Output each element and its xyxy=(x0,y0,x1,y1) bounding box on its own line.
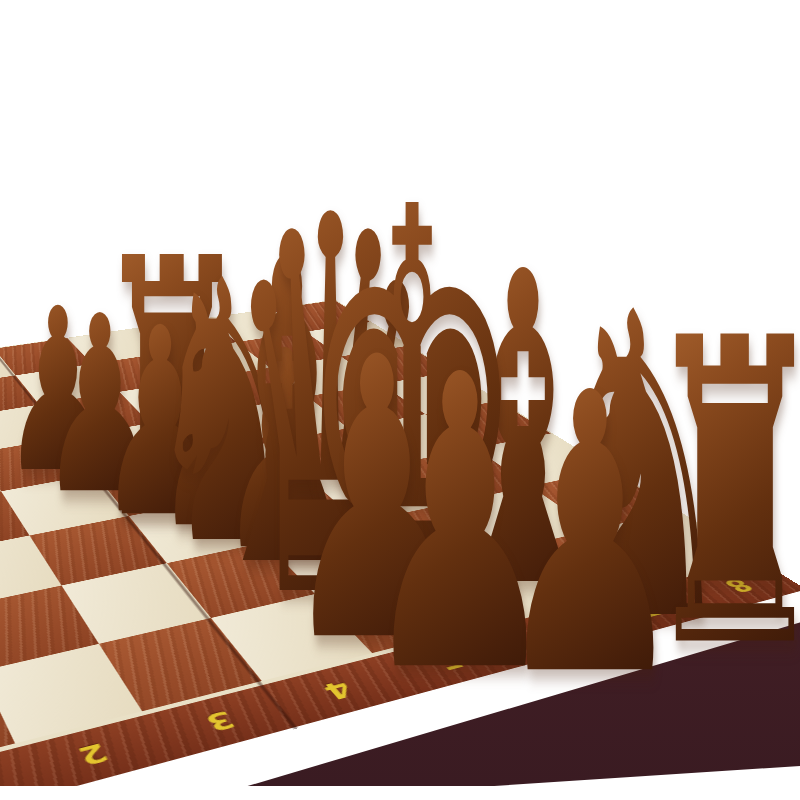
piece-layer: ♟♟♜♟♟♞♟♝♝♛♚♞♟♜♟♟ xyxy=(0,0,800,800)
chess-set-photo: 12345678 ♟♟♜♟♟♞♟♝♝♛♚♞♟♜♟♟ xyxy=(0,0,800,800)
chess-piece-pawn: ♟ xyxy=(495,344,685,729)
